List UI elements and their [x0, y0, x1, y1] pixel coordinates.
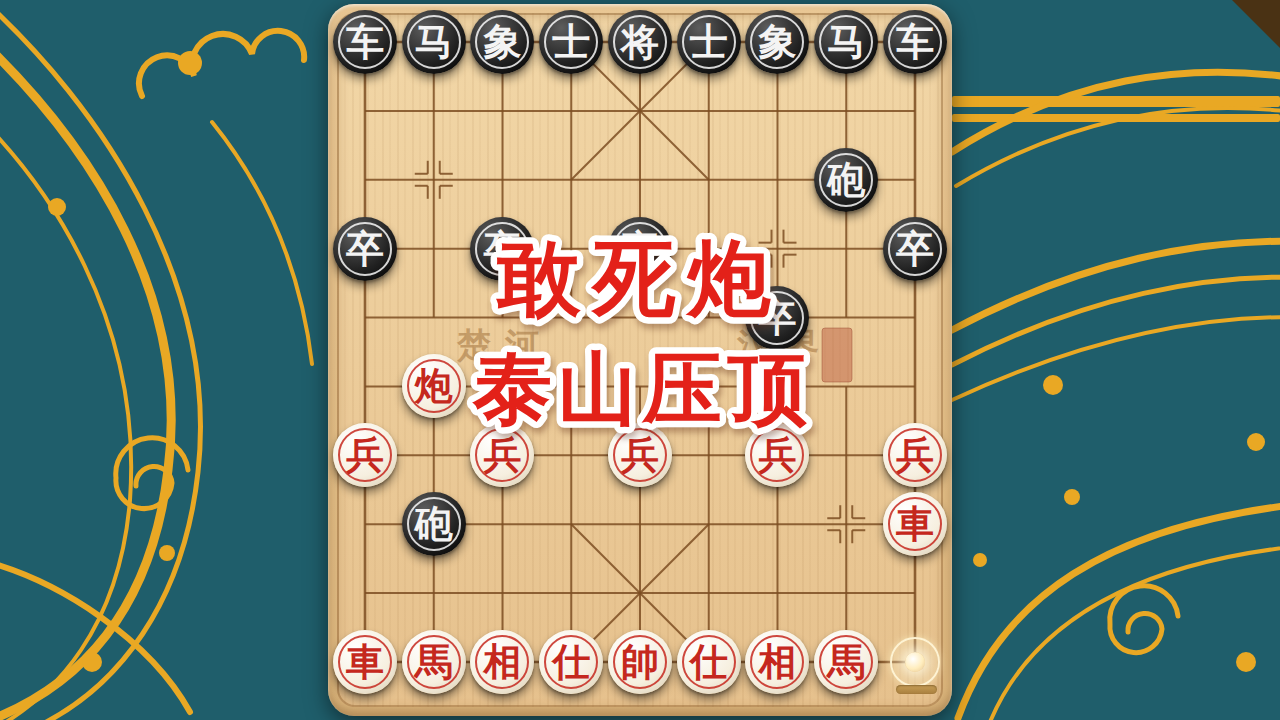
board-intersection[interactable]	[674, 559, 743, 628]
red-soldier[interactable]: 兵	[608, 423, 672, 487]
origin-glow-dot	[905, 652, 925, 672]
board-intersections: 车马象士将士象马车砲卒卒卒卒卒炮兵兵兵兵兵砲車車馬相仕帥仕相馬	[331, 8, 950, 697]
black-soldier[interactable]: 卒	[333, 217, 397, 281]
black-cannon[interactable]: 砲	[814, 148, 878, 212]
board-intersection[interactable]	[606, 559, 675, 628]
board-intersection[interactable]	[331, 76, 400, 145]
black-general[interactable]: 将	[608, 10, 672, 74]
red-general[interactable]: 帥	[608, 630, 672, 694]
board-intersection[interactable]: 砲	[812, 145, 881, 214]
black-horse[interactable]: 马	[814, 10, 878, 74]
board-intersection[interactable]	[468, 490, 537, 559]
board-intersection[interactable]	[468, 145, 537, 214]
board-intersection[interactable]: 兵	[743, 421, 812, 490]
board-intersection[interactable]	[606, 145, 675, 214]
board-intersection[interactable]: 兵	[881, 421, 950, 490]
board-intersection[interactable]	[812, 214, 881, 283]
board-intersection[interactable]	[537, 145, 606, 214]
board-intersection[interactable]	[399, 283, 468, 352]
board-intersection[interactable]	[881, 352, 950, 421]
board-intersection[interactable]: 将	[606, 8, 675, 77]
red-chariot[interactable]: 車	[333, 630, 397, 694]
board-intersection[interactable]	[812, 490, 881, 559]
red-soldier[interactable]: 兵	[333, 423, 397, 487]
board-intersection[interactable]	[743, 76, 812, 145]
black-soldier[interactable]: 卒	[883, 217, 947, 281]
board-intersection[interactable]	[606, 490, 675, 559]
black-soldier[interactable]: 卒	[470, 217, 534, 281]
board-intersection[interactable]	[812, 283, 881, 352]
board-intersection[interactable]	[399, 76, 468, 145]
board-intersection[interactable]	[881, 76, 950, 145]
red-elephant[interactable]: 相	[745, 630, 809, 694]
board-intersection[interactable]: 士	[674, 8, 743, 77]
board-intersection[interactable]	[537, 352, 606, 421]
board-intersection[interactable]	[537, 490, 606, 559]
board-intersection[interactable]	[743, 145, 812, 214]
board-intersection[interactable]: 馬	[399, 627, 468, 696]
red-elephant[interactable]: 相	[470, 630, 534, 694]
board-intersection[interactable]: 馬	[812, 627, 881, 696]
board-intersection[interactable]	[674, 490, 743, 559]
black-soldier[interactable]: 卒	[608, 217, 672, 281]
black-cannon[interactable]: 砲	[402, 492, 466, 556]
board-intersection[interactable]	[881, 283, 950, 352]
board-edge-notch	[896, 685, 937, 694]
board-intersection[interactable]	[881, 559, 950, 628]
board-intersection[interactable]	[399, 421, 468, 490]
board-intersection[interactable]	[743, 352, 812, 421]
black-elephant[interactable]: 象	[470, 10, 534, 74]
board-intersection[interactable]	[331, 283, 400, 352]
board-intersection[interactable]	[399, 145, 468, 214]
board-intersection[interactable]: 卒	[743, 283, 812, 352]
board-intersection[interactable]	[743, 490, 812, 559]
board-intersection[interactable]: 仕	[674, 627, 743, 696]
board-intersection[interactable]	[674, 145, 743, 214]
red-advisor[interactable]: 仕	[539, 630, 603, 694]
board-intersection[interactable]: 車	[331, 627, 400, 696]
board-intersection[interactable]	[399, 559, 468, 628]
board-intersection[interactable]	[812, 76, 881, 145]
board-intersection[interactable]	[743, 214, 812, 283]
board-intersection[interactable]: 相	[468, 627, 537, 696]
board-intersection[interactable]: 砲	[399, 490, 468, 559]
red-horse[interactable]: 馬	[402, 630, 466, 694]
black-chariot[interactable]: 车	[333, 10, 397, 74]
board-intersection[interactable]	[812, 559, 881, 628]
board-intersection[interactable]	[812, 352, 881, 421]
board-intersection[interactable]	[606, 283, 675, 352]
xiangqi-board: 楚河汉界 车马象士将士象马车砲卒卒卒卒卒炮兵兵兵兵兵砲車車馬相仕帥仕相馬	[328, 4, 952, 716]
board-intersection[interactable]	[537, 559, 606, 628]
red-soldier[interactable]: 兵	[883, 423, 947, 487]
black-elephant[interactable]: 象	[745, 10, 809, 74]
gold-wave-decoration-right	[952, 0, 1280, 720]
board-intersection[interactable]	[537, 76, 606, 145]
board-intersection[interactable]: 帥	[606, 627, 675, 696]
board-intersection[interactable]	[537, 214, 606, 283]
board-intersection[interactable]: 卒	[468, 214, 537, 283]
board-intersection[interactable]: 车	[881, 8, 950, 77]
board-intersection[interactable]: 马	[812, 8, 881, 77]
board-intersection[interactable]	[468, 559, 537, 628]
board-intersection[interactable]: 仕	[537, 627, 606, 696]
board-intersection[interactable]: 马	[399, 8, 468, 77]
board-intersection[interactable]	[331, 145, 400, 214]
red-horse[interactable]: 馬	[814, 630, 878, 694]
board-intersection[interactable]: 车	[331, 8, 400, 77]
board-intersection[interactable]: 卒	[606, 214, 675, 283]
red-advisor[interactable]: 仕	[677, 630, 741, 694]
board-intersection[interactable]	[537, 283, 606, 352]
board-intersection[interactable]	[606, 76, 675, 145]
game-screen: 楚河汉界 车马象士将士象马车砲卒卒卒卒卒炮兵兵兵兵兵砲車車馬相仕帥仕相馬 敢死炮…	[0, 0, 1280, 720]
board-intersection[interactable]: 炮	[399, 352, 468, 421]
board-intersection[interactable]: 象	[468, 8, 537, 77]
board-intersection[interactable]	[812, 421, 881, 490]
board-intersection[interactable]	[399, 214, 468, 283]
board-intersection[interactable]: 兵	[468, 421, 537, 490]
board-intersection[interactable]	[331, 559, 400, 628]
board-intersection[interactable]	[881, 145, 950, 214]
board-intersection[interactable]	[674, 352, 743, 421]
red-soldier[interactable]: 兵	[470, 423, 534, 487]
board-intersection[interactable]	[674, 283, 743, 352]
board-intersection[interactable]: 兵	[331, 421, 400, 490]
board-intersection[interactable]: 象	[743, 8, 812, 77]
board-intersection[interactable]	[743, 559, 812, 628]
board-intersection[interactable]: 車	[881, 490, 950, 559]
board-intersection[interactable]: 卒	[331, 214, 400, 283]
board-intersection[interactable]	[468, 76, 537, 145]
board-intersection[interactable]: 相	[743, 627, 812, 696]
corner-shadow	[1232, 0, 1280, 48]
board-intersection[interactable]: 兵	[606, 421, 675, 490]
gold-wave-decoration-left	[0, 0, 312, 720]
board-intersection[interactable]	[606, 352, 675, 421]
board-intersection[interactable]	[468, 283, 537, 352]
last-move-origin-indicator	[890, 637, 940, 687]
board-intersection[interactable]	[331, 352, 400, 421]
board-intersection[interactable]: 卒	[881, 214, 950, 283]
black-soldier[interactable]: 卒	[745, 286, 809, 350]
board-intersection[interactable]	[537, 421, 606, 490]
board-intersection[interactable]	[674, 76, 743, 145]
board-intersection[interactable]	[674, 214, 743, 283]
red-chariot[interactable]: 車	[883, 492, 947, 556]
board-intersection[interactable]	[674, 421, 743, 490]
red-soldier[interactable]: 兵	[745, 423, 809, 487]
black-chariot[interactable]: 车	[883, 10, 947, 74]
board-intersection[interactable]	[468, 352, 537, 421]
board-intersection[interactable]: 士	[537, 8, 606, 77]
black-advisor[interactable]: 士	[539, 10, 603, 74]
black-advisor[interactable]: 士	[677, 10, 741, 74]
board-intersection[interactable]	[331, 490, 400, 559]
black-horse[interactable]: 马	[402, 10, 466, 74]
red-cannon[interactable]: 炮	[402, 354, 466, 418]
